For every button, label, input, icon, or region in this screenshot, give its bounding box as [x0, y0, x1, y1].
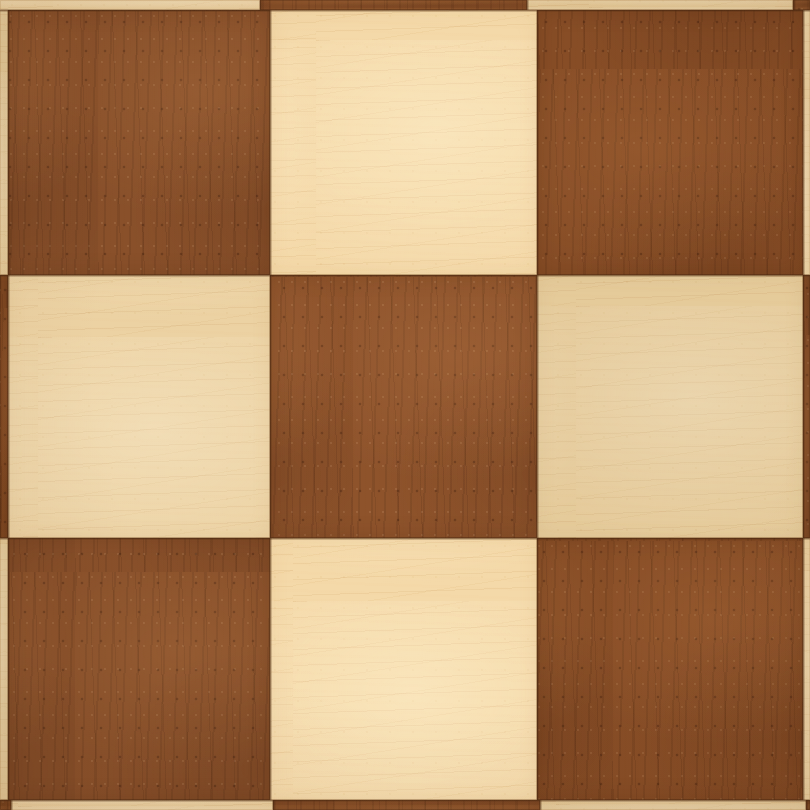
board-square-light [803, 10, 810, 275]
board-square-light [270, 10, 537, 275]
board-square-dark [537, 10, 803, 275]
board-square-light [0, 538, 8, 800]
board-square-light [803, 538, 810, 800]
board-square-light [0, 0, 260, 10]
board-square-dark [8, 538, 270, 800]
board-square-light [527, 0, 793, 10]
board-square-light [537, 275, 803, 538]
board-square-light [0, 10, 8, 275]
board-square-dark [260, 0, 527, 10]
board-square-dark [806, 800, 810, 810]
board-square-dark [537, 538, 803, 800]
board-square-light [8, 275, 270, 538]
board-square-light [540, 800, 806, 810]
board-square-dark [8, 10, 270, 275]
board-square-dark [793, 0, 810, 10]
board-square-dark [0, 800, 11, 810]
board-square-dark [0, 275, 8, 538]
chessboard-photo [0, 0, 810, 810]
board-square-light [270, 538, 537, 800]
board-square-light [11, 800, 273, 810]
board-square-dark [273, 800, 540, 810]
board-square-dark [270, 275, 537, 538]
board-square-dark [803, 275, 810, 538]
